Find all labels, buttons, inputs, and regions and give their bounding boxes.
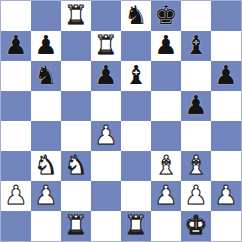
- square-a3[interactable]: [1, 151, 31, 181]
- square-a5[interactable]: [1, 91, 31, 121]
- square-g8[interactable]: [181, 1, 211, 31]
- square-h1[interactable]: [211, 211, 241, 241]
- white-rook-piece[interactable]: ♜: [64, 212, 87, 238]
- white-pawn-piece[interactable]: ♟: [34, 182, 57, 208]
- white-pawn-piece[interactable]: ♟: [214, 182, 237, 208]
- black-king-piece[interactable]: ♚: [154, 2, 177, 28]
- square-g5[interactable]: ♟: [181, 91, 211, 121]
- square-e4[interactable]: [121, 121, 151, 151]
- white-pawn-piece[interactable]: ♟: [154, 182, 177, 208]
- white-king-piece[interactable]: ♚: [184, 212, 207, 238]
- chess-board: ♜♞♚♟♟♜♟♝♞♟♝♟♟♟♞♞♝♝♟♟♟♟♟♜♜♚: [0, 0, 242, 242]
- square-h2[interactable]: ♟: [211, 181, 241, 211]
- square-h4[interactable]: [211, 121, 241, 151]
- black-pawn-piece[interactable]: ♟: [184, 92, 207, 118]
- square-b7[interactable]: ♟: [31, 31, 61, 61]
- white-rook-piece[interactable]: ♜: [124, 212, 147, 238]
- square-f6[interactable]: [151, 61, 181, 91]
- square-h3[interactable]: [211, 151, 241, 181]
- white-rook-piece[interactable]: ♜: [64, 2, 87, 28]
- black-knight-piece[interactable]: ♞: [124, 2, 147, 28]
- square-e5[interactable]: [121, 91, 151, 121]
- white-pawn-piece[interactable]: ♟: [94, 122, 117, 148]
- square-c7[interactable]: [61, 31, 91, 61]
- square-b2[interactable]: ♟: [31, 181, 61, 211]
- square-b6[interactable]: ♞: [31, 61, 61, 91]
- square-e8[interactable]: ♞: [121, 1, 151, 31]
- square-h6[interactable]: ♟: [211, 61, 241, 91]
- square-d7[interactable]: ♜: [91, 31, 121, 61]
- square-d2[interactable]: [91, 181, 121, 211]
- square-g7[interactable]: ♝: [181, 31, 211, 61]
- square-b8[interactable]: [31, 1, 61, 31]
- square-b1[interactable]: [31, 211, 61, 241]
- square-f2[interactable]: ♟: [151, 181, 181, 211]
- square-f5[interactable]: [151, 91, 181, 121]
- square-d6[interactable]: ♟: [91, 61, 121, 91]
- square-c1[interactable]: ♜: [61, 211, 91, 241]
- square-e6[interactable]: ♝: [121, 61, 151, 91]
- square-c4[interactable]: [61, 121, 91, 151]
- square-b5[interactable]: [31, 91, 61, 121]
- square-b3[interactable]: ♞: [31, 151, 61, 181]
- square-d5[interactable]: [91, 91, 121, 121]
- square-f4[interactable]: [151, 121, 181, 151]
- square-a6[interactable]: [1, 61, 31, 91]
- square-c3[interactable]: ♞: [61, 151, 91, 181]
- black-pawn-piece[interactable]: ♟: [154, 32, 177, 58]
- square-f8[interactable]: ♚: [151, 1, 181, 31]
- black-pawn-piece[interactable]: ♟: [214, 62, 237, 88]
- square-g4[interactable]: [181, 121, 211, 151]
- square-h7[interactable]: [211, 31, 241, 61]
- square-a7[interactable]: ♟: [1, 31, 31, 61]
- black-pawn-piece[interactable]: ♟: [34, 32, 57, 58]
- white-knight-piece[interactable]: ♞: [34, 152, 57, 178]
- square-c5[interactable]: [61, 91, 91, 121]
- white-bishop-piece[interactable]: ♝: [184, 152, 207, 178]
- black-pawn-piece[interactable]: ♟: [4, 32, 27, 58]
- square-f3[interactable]: ♝: [151, 151, 181, 181]
- square-h8[interactable]: [211, 1, 241, 31]
- white-rook-piece[interactable]: ♜: [94, 32, 117, 58]
- black-pawn-piece[interactable]: ♟: [94, 62, 117, 88]
- square-d3[interactable]: [91, 151, 121, 181]
- square-e1[interactable]: ♜: [121, 211, 151, 241]
- square-g1[interactable]: ♚: [181, 211, 211, 241]
- square-a1[interactable]: [1, 211, 31, 241]
- square-a2[interactable]: ♟: [1, 181, 31, 211]
- square-f7[interactable]: ♟: [151, 31, 181, 61]
- black-knight-piece[interactable]: ♞: [34, 62, 57, 88]
- square-b4[interactable]: [31, 121, 61, 151]
- square-d8[interactable]: [91, 1, 121, 31]
- square-a4[interactable]: [1, 121, 31, 151]
- white-pawn-piece[interactable]: ♟: [184, 182, 207, 208]
- square-g6[interactable]: [181, 61, 211, 91]
- square-d4[interactable]: ♟: [91, 121, 121, 151]
- square-g2[interactable]: ♟: [181, 181, 211, 211]
- black-bishop-piece[interactable]: ♝: [184, 32, 207, 58]
- white-bishop-piece[interactable]: ♝: [154, 152, 177, 178]
- square-c6[interactable]: [61, 61, 91, 91]
- black-bishop-piece[interactable]: ♝: [124, 62, 147, 88]
- square-c2[interactable]: [61, 181, 91, 211]
- square-e7[interactable]: [121, 31, 151, 61]
- square-h5[interactable]: [211, 91, 241, 121]
- square-c8[interactable]: ♜: [61, 1, 91, 31]
- square-e2[interactable]: [121, 181, 151, 211]
- square-e3[interactable]: [121, 151, 151, 181]
- square-d1[interactable]: [91, 211, 121, 241]
- square-g3[interactable]: ♝: [181, 151, 211, 181]
- white-pawn-piece[interactable]: ♟: [4, 182, 27, 208]
- square-f1[interactable]: [151, 211, 181, 241]
- white-knight-piece[interactable]: ♞: [64, 152, 87, 178]
- square-a8[interactable]: [1, 1, 31, 31]
